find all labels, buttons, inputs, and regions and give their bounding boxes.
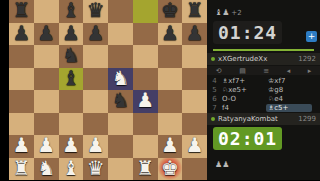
square-e7[interactable] <box>108 23 133 46</box>
piece-black-pawn: ♟ <box>62 23 80 43</box>
square-h2[interactable]: ♟ <box>182 135 207 158</box>
captured-piece-icons: ♝♟ <box>215 8 229 17</box>
piece-white-pawn: ♟ <box>62 135 80 155</box>
square-g7[interactable]: ♟ <box>158 23 183 46</box>
move-list-toolbar: ⟲ ▤ ≡ ◂ ▸ <box>207 66 320 75</box>
square-f6[interactable] <box>133 45 158 68</box>
square-a8[interactable]: ♜ <box>9 0 34 23</box>
square-c7[interactable]: ♟ <box>59 23 84 46</box>
square-h1[interactable] <box>182 158 207 181</box>
app-window: ♜♝♛♚♜♟♟♟♟♟♟♞♝♞♞♟♟♟♟♟♟♟♜♞♝♛♜♚ ♝♟ +2 01:24… <box>0 0 320 180</box>
prev-move-icon[interactable]: ◂ <box>287 67 291 75</box>
square-d3[interactable] <box>83 113 108 136</box>
piece-black-knight: ♞ <box>111 90 129 110</box>
square-b3[interactable] <box>34 113 59 136</box>
move-white[interactable]: ♘xe5+ <box>220 86 266 94</box>
square-b8[interactable] <box>34 0 59 23</box>
piece-white-rook: ♜ <box>136 158 154 178</box>
square-g1[interactable]: ♚ <box>158 158 183 181</box>
square-d4[interactable] <box>83 90 108 113</box>
square-f4[interactable]: ♟ <box>133 90 158 113</box>
move-white[interactable]: f4 <box>220 104 266 112</box>
bottom-player-row[interactable]: RatyanyaKombat 1299 <box>207 113 320 125</box>
square-h3[interactable] <box>182 113 207 136</box>
piece-black-bishop: ♝ <box>62 0 80 20</box>
top-player-row[interactable]: xXGertrudeXx 1292 <box>207 53 320 65</box>
square-a6[interactable] <box>9 45 34 68</box>
top-captured-pieces: ♝♟ +2 <box>215 8 242 17</box>
square-g4[interactable] <box>158 90 183 113</box>
square-g8[interactable]: ♚ <box>158 0 183 23</box>
piece-white-pawn: ♟ <box>136 90 154 110</box>
piece-white-queen: ♛ <box>87 158 105 178</box>
captured-piece-icons: ♟♟ <box>215 160 229 169</box>
material-advantage: +2 <box>231 9 241 17</box>
square-e2[interactable] <box>108 135 133 158</box>
move-number: 7 <box>209 104 220 112</box>
book-icon[interactable]: ▤ <box>239 67 246 75</box>
square-c6[interactable]: ♞ <box>59 45 84 68</box>
clock-progress-bar <box>213 49 314 51</box>
piece-black-rook: ♜ <box>186 0 204 20</box>
piece-white-pawn: ♟ <box>161 135 179 155</box>
piece-white-knight: ♞ <box>111 68 129 88</box>
square-e5[interactable]: ♞ <box>108 68 133 91</box>
next-move-icon[interactable]: ▸ <box>308 67 312 75</box>
square-a3[interactable] <box>9 113 34 136</box>
square-a7[interactable]: ♟ <box>9 23 34 46</box>
square-c8[interactable]: ♝ <box>59 0 84 23</box>
square-c5[interactable]: ♝ <box>59 68 84 91</box>
square-b5[interactable] <box>34 68 59 91</box>
move-number: 4 <box>209 77 220 85</box>
move-white[interactable]: O-O <box>220 95 266 103</box>
move-white[interactable]: ♗xf7+ <box>220 77 266 85</box>
move-black[interactable]: ♔g8 <box>266 86 312 94</box>
square-e3[interactable] <box>108 113 133 136</box>
piece-black-queen: ♛ <box>87 0 105 20</box>
bottom-player-clock: 02:01 <box>213 127 282 150</box>
piece-black-knight: ♞ <box>62 45 80 65</box>
square-h5[interactable] <box>182 68 207 91</box>
square-g5[interactable] <box>158 68 183 91</box>
piece-black-pawn: ♟ <box>37 23 55 43</box>
square-b1[interactable]: ♞ <box>34 158 59 181</box>
square-e1[interactable] <box>108 158 133 181</box>
bottom-captured-pieces: ♟♟ <box>215 160 229 169</box>
move-black[interactable]: ♘e4 <box>266 95 312 103</box>
piece-black-pawn: ♟ <box>161 23 179 43</box>
square-f5[interactable] <box>133 68 158 91</box>
square-c1[interactable]: ♝ <box>59 158 84 181</box>
square-d5[interactable] <box>83 68 108 91</box>
square-a4[interactable] <box>9 90 34 113</box>
square-e8[interactable] <box>108 0 133 23</box>
piece-white-pawn: ♟ <box>37 135 55 155</box>
square-f3[interactable] <box>133 113 158 136</box>
move-list: 4 ♗xf7+ ♔xf7 5 ♘xe5+ ♔g8 6 O-O ♘e4 7 f4 … <box>209 77 318 112</box>
square-h8[interactable]: ♜ <box>182 0 207 23</box>
square-f7[interactable] <box>133 23 158 46</box>
piece-black-rook: ♜ <box>12 0 30 20</box>
top-player-rating: 1292 <box>298 55 316 63</box>
piece-black-bishop: ♝ <box>62 68 80 88</box>
piece-white-bishop: ♝ <box>62 158 80 178</box>
square-f2[interactable] <box>133 135 158 158</box>
piece-white-rook: ♜ <box>12 158 30 178</box>
online-dot <box>211 57 215 61</box>
piece-white-knight: ♞ <box>37 158 55 178</box>
bottom-player-rating: 1299 <box>298 115 316 123</box>
piece-white-pawn: ♟ <box>12 135 30 155</box>
square-e4[interactable]: ♞ <box>108 90 133 113</box>
flip-board-icon[interactable]: ⟲ <box>216 67 222 75</box>
move-number: 5 <box>209 86 220 94</box>
square-h4[interactable] <box>182 90 207 113</box>
online-dot <box>211 117 215 121</box>
square-b2[interactable]: ♟ <box>34 135 59 158</box>
chess-board[interactable]: ♜♝♛♚♜♟♟♟♟♟♟♞♝♞♞♟♟♟♟♟♟♟♜♞♝♛♜♚ <box>9 0 207 180</box>
square-b6[interactable] <box>34 45 59 68</box>
bottom-player-name: RatyanyaKombat <box>218 115 295 123</box>
piece-white-pawn: ♟ <box>87 135 105 155</box>
square-d2[interactable]: ♟ <box>83 135 108 158</box>
move-number: 6 <box>209 95 220 103</box>
move-black-active[interactable]: ♗c5+ <box>266 104 312 112</box>
piece-white-pawn: ♟ <box>186 135 204 155</box>
menu-icon[interactable]: ≡ <box>263 67 269 75</box>
square-d8[interactable]: ♛ <box>83 0 108 23</box>
square-c3[interactable] <box>59 113 84 136</box>
square-h7[interactable]: ♟ <box>182 23 207 46</box>
square-a2[interactable]: ♟ <box>9 135 34 158</box>
square-e6[interactable] <box>108 45 133 68</box>
square-d1[interactable]: ♛ <box>83 158 108 181</box>
piece-black-pawn: ♟ <box>186 23 204 43</box>
move-black[interactable]: ♔xf7 <box>266 77 312 85</box>
square-g3[interactable] <box>158 113 183 136</box>
square-h6[interactable] <box>182 45 207 68</box>
square-c2[interactable]: ♟ <box>59 135 84 158</box>
square-b7[interactable]: ♟ <box>34 23 59 46</box>
square-f8[interactable] <box>133 0 158 23</box>
square-g2[interactable]: ♟ <box>158 135 183 158</box>
square-a1[interactable]: ♜ <box>9 158 34 181</box>
top-player-name: xXGertrudeXx <box>218 55 295 63</box>
square-a5[interactable] <box>9 68 34 91</box>
square-d6[interactable] <box>83 45 108 68</box>
square-f1[interactable]: ♜ <box>133 158 158 181</box>
piece-white-king: ♚ <box>161 158 179 178</box>
square-d7[interactable]: ♟ <box>83 23 108 46</box>
piece-black-pawn: ♟ <box>12 23 30 43</box>
piece-black-king: ♚ <box>161 0 179 20</box>
side-panel: ♝♟ +2 01:24 + xXGertrudeXx 1292 ⟲ ▤ ≡ ◂ … <box>207 0 320 180</box>
square-c4[interactable] <box>59 90 84 113</box>
square-g6[interactable] <box>158 45 183 68</box>
top-player-clock: 01:24 <box>213 21 282 44</box>
give-time-button[interactable]: + <box>306 31 317 42</box>
square-b4[interactable] <box>34 90 59 113</box>
piece-black-pawn: ♟ <box>87 23 105 43</box>
